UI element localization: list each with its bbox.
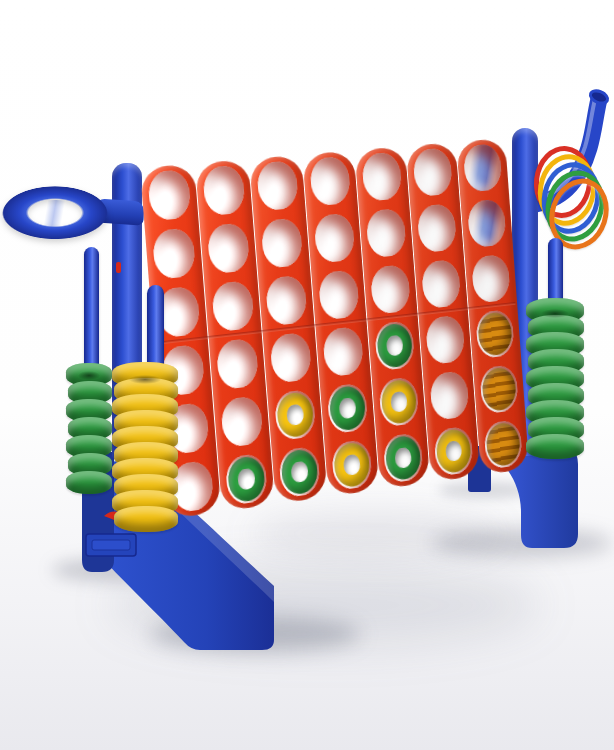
- cell-r2-c7: [460, 193, 513, 253]
- ring-stack-yellow-front-left: [112, 372, 178, 532]
- cell-r1-c4: [302, 150, 358, 211]
- cell-r4-c3: [263, 326, 319, 389]
- hole: [216, 338, 259, 390]
- cell-r1-c7: [456, 138, 509, 198]
- hole: [383, 432, 423, 483]
- hole: [463, 143, 502, 192]
- brand-plate-emboss: [92, 540, 130, 550]
- board: [140, 138, 529, 519]
- disc-Y: [275, 391, 314, 440]
- hole: [322, 326, 363, 377]
- hole: [413, 148, 453, 197]
- hole: [202, 165, 245, 216]
- disc-Y: [435, 427, 472, 475]
- cell-r2-c1: [145, 222, 204, 286]
- cell-r1-c2: [195, 159, 253, 222]
- logo-dot: [116, 262, 121, 273]
- cell-r5-c7: [473, 359, 525, 420]
- hoop-ring: [2, 186, 108, 244]
- cell-r4-c7: [469, 304, 522, 365]
- hole: [484, 419, 523, 469]
- hole: [379, 376, 420, 427]
- hole: [314, 213, 355, 263]
- hole: [374, 320, 415, 370]
- cell-r6-c6: [427, 420, 480, 482]
- ring: [114, 506, 178, 532]
- hole: [434, 426, 474, 477]
- hole: [370, 264, 411, 314]
- cell-r4-c6: [418, 309, 471, 370]
- disc-Y: [332, 441, 371, 489]
- board-wrap: [140, 138, 529, 519]
- cell-r2-c2: [200, 217, 258, 280]
- ring: [526, 434, 584, 459]
- cell-r6-c5: [376, 427, 430, 490]
- hole: [265, 275, 307, 326]
- hole: [225, 453, 268, 505]
- hole: [147, 169, 191, 220]
- disc-G: [328, 384, 367, 432]
- cell-r4-c2: [209, 332, 266, 396]
- ring-stack-green-left: [66, 368, 112, 494]
- hole: [361, 152, 402, 202]
- cell-r3-c4: [311, 264, 366, 326]
- hole: [480, 364, 519, 414]
- cell-r5-c2: [213, 390, 270, 454]
- hole: [467, 199, 506, 248]
- disc-O: [481, 366, 518, 413]
- cell-r3-c5: [363, 259, 417, 321]
- disc-O: [485, 421, 522, 468]
- disc-G: [376, 322, 414, 369]
- toss-rings: [534, 146, 610, 250]
- ring: [66, 471, 112, 494]
- cell-r2-c5: [359, 202, 414, 263]
- disc-G: [384, 434, 422, 482]
- hole: [152, 228, 196, 280]
- cell-r6-c2: [218, 447, 275, 512]
- cell-r5-c4: [320, 377, 375, 440]
- cell-r5-c6: [423, 365, 476, 427]
- cell-r3-c7: [465, 248, 518, 309]
- hole: [279, 446, 321, 498]
- cell-r3-c6: [414, 253, 468, 314]
- hole: [261, 218, 303, 269]
- cell-r3-c3: [258, 269, 314, 332]
- cell-r6-c7: [477, 414, 529, 476]
- hole: [207, 223, 250, 274]
- hole: [366, 208, 407, 258]
- basketball-hoop: [2, 186, 108, 244]
- disc-Y: [380, 378, 418, 426]
- disc-O: [477, 311, 514, 358]
- cell-r5-c3: [267, 383, 323, 447]
- cell-r4-c4: [315, 320, 370, 383]
- hole: [417, 203, 457, 252]
- ring-stack-green-right: [526, 306, 584, 459]
- cell-r1-c5: [355, 146, 410, 207]
- hole: [425, 315, 465, 365]
- hole: [309, 156, 350, 206]
- cell-r2-c3: [254, 212, 311, 274]
- cell-r2-c4: [307, 207, 363, 269]
- hole: [318, 270, 359, 321]
- hole: [471, 254, 510, 303]
- cell-r1-c1: [140, 164, 199, 227]
- cell-r1-c6: [406, 142, 460, 202]
- scene: [0, 0, 614, 750]
- hole: [256, 160, 298, 210]
- cell-r2-c6: [410, 198, 464, 259]
- disc-G: [280, 448, 319, 497]
- disc-G: [226, 455, 266, 504]
- hole: [211, 280, 254, 332]
- hole: [421, 259, 461, 309]
- cell-r4-c5: [367, 315, 421, 377]
- hole: [221, 396, 264, 448]
- cell-r6-c4: [324, 433, 379, 496]
- hole: [331, 439, 372, 490]
- cell-r5-c5: [372, 371, 426, 433]
- cell-r6-c3: [271, 440, 327, 504]
- peg-back-left: [84, 247, 99, 379]
- cell-r3-c2: [204, 274, 261, 337]
- hole: [475, 309, 514, 358]
- hole: [327, 383, 368, 434]
- hole: [430, 370, 470, 420]
- cell-r1-c3: [249, 155, 306, 217]
- hole: [274, 389, 316, 441]
- hole: [270, 332, 312, 383]
